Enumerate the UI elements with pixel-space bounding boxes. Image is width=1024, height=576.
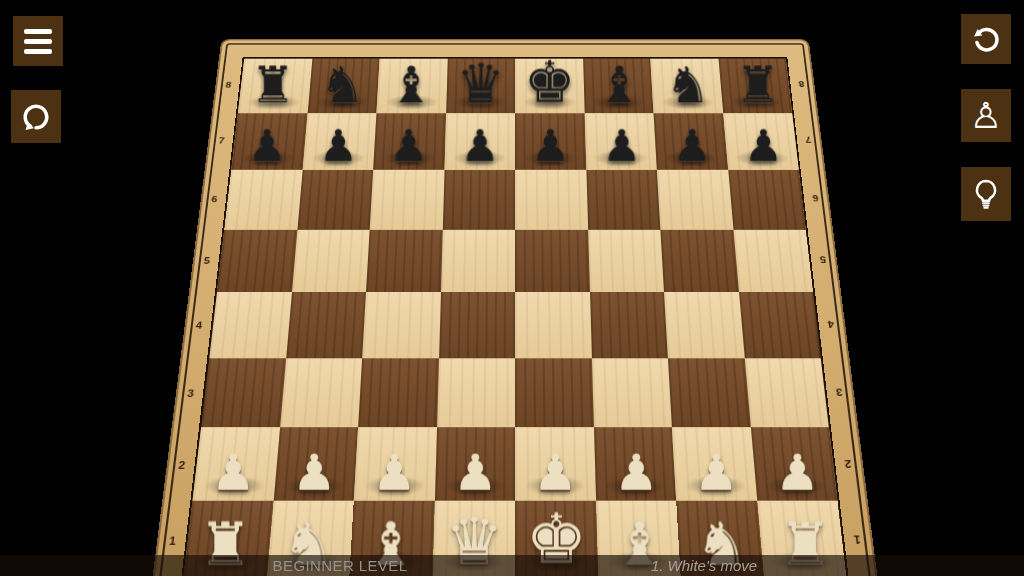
square-d3[interactable]	[437, 358, 515, 427]
white-pawn[interactable]: ♟	[434, 448, 515, 498]
undo-button[interactable]	[961, 14, 1011, 64]
square-b3[interactable]	[280, 358, 363, 427]
square-d7[interactable]: ♟	[444, 113, 515, 170]
white-pawn[interactable]: ♟	[596, 448, 677, 498]
chessboard-scene: 87654321 87654321 ABCDEFGH ♜♞♝♛♚♝♞♜♟♟♟♟♟…	[191, 0, 839, 576]
black-bishop[interactable]: ♝	[377, 61, 446, 111]
square-d5[interactable]	[441, 229, 516, 292]
square-h5[interactable]	[733, 229, 813, 292]
undo-arrow-icon	[969, 22, 1003, 56]
square-h4[interactable]	[739, 292, 821, 358]
square-c6[interactable]	[370, 170, 444, 230]
square-h7[interactable]: ♟	[723, 113, 799, 170]
square-b5[interactable]	[292, 229, 370, 292]
black-pawn[interactable]: ♟	[586, 124, 657, 168]
square-e7[interactable]: ♟	[515, 113, 586, 170]
white-pawn[interactable]: ♟	[273, 448, 354, 498]
square-b4[interactable]	[286, 292, 366, 358]
app-screen: 87654321 87654321 ABCDEFGH ♜♞♝♛♚♝♞♜♟♟♟♟♟…	[0, 0, 1024, 576]
square-d6[interactable]	[442, 170, 515, 230]
square-c5[interactable]	[366, 229, 442, 292]
black-pawn[interactable]: ♟	[444, 124, 515, 168]
lightbulb-icon	[969, 177, 1003, 211]
black-pawn[interactable]: ♟	[728, 124, 799, 168]
square-a4[interactable]	[209, 292, 291, 358]
square-f5[interactable]	[588, 229, 664, 292]
status-bar: BEGINNER LEVEL 1. White's move	[0, 555, 1024, 576]
square-f2[interactable]: ♟	[593, 427, 676, 500]
square-a7[interactable]: ♟	[231, 113, 307, 170]
square-c2[interactable]: ♟	[354, 427, 437, 500]
square-d2[interactable]: ♟	[434, 427, 515, 500]
square-g2[interactable]: ♟	[672, 427, 757, 500]
square-b6[interactable]	[297, 170, 373, 230]
square-g6[interactable]	[657, 170, 733, 230]
black-rook[interactable]: ♜	[723, 61, 792, 111]
square-b7[interactable]: ♟	[302, 113, 376, 170]
square-f4[interactable]	[590, 292, 668, 358]
square-h6[interactable]	[728, 170, 806, 230]
white-pawn[interactable]: ♟	[354, 448, 435, 498]
square-a3[interactable]	[201, 358, 286, 427]
square-h8[interactable]: ♜	[718, 59, 792, 113]
black-pawn[interactable]: ♟	[232, 124, 303, 168]
hint-button[interactable]	[961, 167, 1011, 221]
square-b2[interactable]: ♟	[273, 427, 358, 500]
chessboard: 87654321 87654321 ABCDEFGH ♜♞♝♛♚♝♞♜♟♟♟♟♟…	[151, 40, 879, 576]
square-e5[interactable]	[515, 229, 590, 292]
white-pawn[interactable]: ♟	[757, 448, 838, 498]
black-rook[interactable]: ♜	[238, 61, 307, 111]
white-pawn[interactable]: ♟	[193, 448, 274, 498]
black-pawn[interactable]: ♟	[373, 124, 444, 168]
square-d8[interactable]: ♛	[446, 59, 515, 113]
black-knight[interactable]: ♞	[653, 61, 722, 111]
square-e2[interactable]: ♟	[515, 427, 596, 500]
white-pawn[interactable]: ♟	[515, 448, 596, 498]
square-a8[interactable]: ♜	[238, 59, 312, 113]
square-a5[interactable]	[217, 229, 297, 292]
square-f6[interactable]	[586, 170, 660, 230]
board-grid: ♜♞♝♛♚♝♞♜♟♟♟♟♟♟♟♟♟♟♟♟♟♟♟♟♜♞♝♛♚♝♞♜	[181, 57, 849, 576]
level-label: BEGINNER LEVEL	[273, 555, 408, 576]
square-a6[interactable]	[224, 170, 302, 230]
black-bishop[interactable]: ♝	[584, 61, 653, 111]
black-pawn[interactable]: ♟	[302, 124, 373, 168]
black-pawn[interactable]: ♟	[515, 124, 586, 168]
square-e4[interactable]	[515, 292, 591, 358]
square-g5[interactable]	[660, 229, 738, 292]
square-g7[interactable]: ♟	[654, 113, 728, 170]
square-h2[interactable]: ♟	[750, 427, 837, 500]
square-d4[interactable]	[439, 292, 515, 358]
square-f7[interactable]: ♟	[584, 113, 657, 170]
square-e6[interactable]	[515, 170, 588, 230]
black-pawn[interactable]: ♟	[657, 124, 728, 168]
square-f8[interactable]: ♝	[583, 59, 654, 113]
move-status: 1. White's move	[651, 555, 757, 576]
square-a2[interactable]: ♟	[193, 427, 280, 500]
square-e8[interactable]: ♚	[515, 59, 584, 113]
square-c8[interactable]: ♝	[376, 59, 447, 113]
restart-icon	[19, 100, 53, 134]
square-g4[interactable]	[664, 292, 744, 358]
black-knight[interactable]: ♞	[307, 61, 376, 111]
square-g8[interactable]: ♞	[650, 59, 722, 113]
square-g3[interactable]	[668, 358, 751, 427]
player-mode-button[interactable]: ♙	[961, 89, 1011, 142]
pawn-icon: ♙	[970, 98, 1002, 134]
menu-button[interactable]	[13, 16, 63, 66]
square-c4[interactable]	[362, 292, 440, 358]
square-b8[interactable]: ♞	[307, 59, 379, 113]
square-h3[interactable]	[744, 358, 829, 427]
black-king[interactable]: ♚	[515, 53, 584, 111]
board-frame: 87654321 87654321 ABCDEFGH ♜♞♝♛♚♝♞♜♟♟♟♟♟…	[151, 40, 879, 576]
white-pawn[interactable]: ♟	[676, 448, 757, 498]
black-queen[interactable]: ♛	[446, 56, 515, 111]
restart-button[interactable]	[11, 90, 61, 143]
square-c3[interactable]	[358, 358, 438, 427]
square-e3[interactable]	[515, 358, 593, 427]
square-c7[interactable]: ♟	[373, 113, 446, 170]
hamburger-icon	[24, 29, 52, 54]
square-f3[interactable]	[591, 358, 671, 427]
